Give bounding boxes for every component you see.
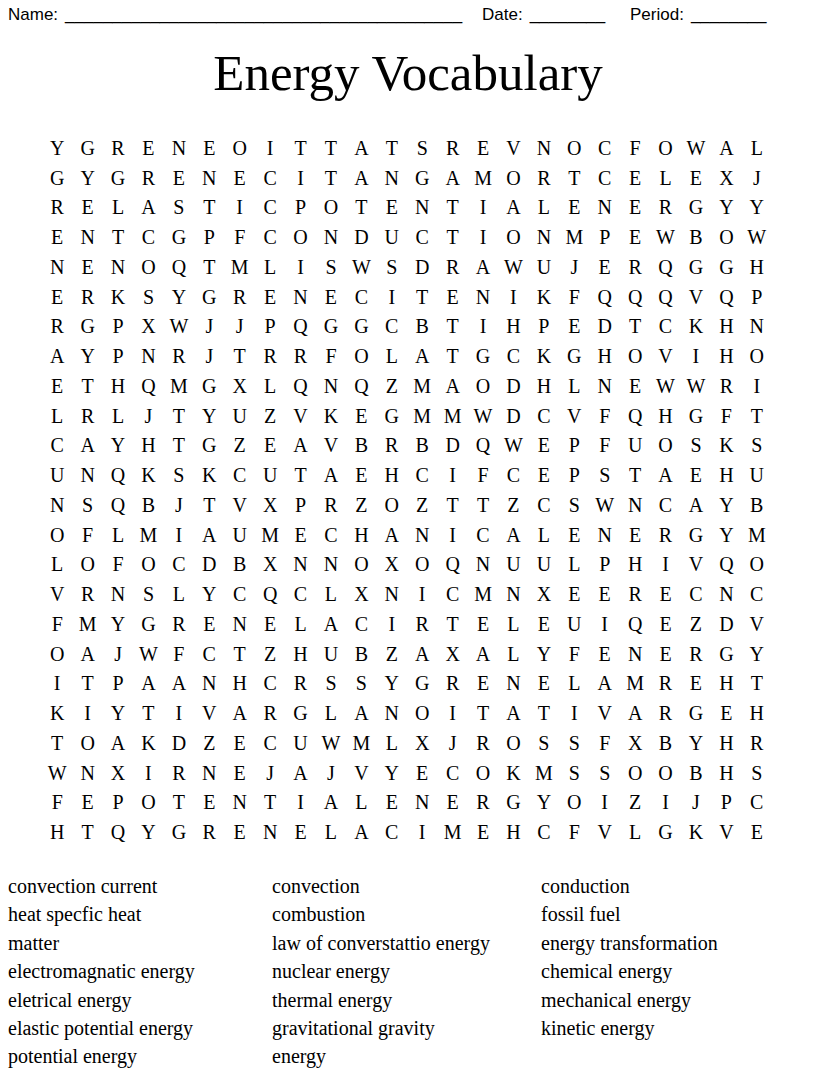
grid-cell: S — [346, 669, 376, 699]
grid-cell: G — [681, 698, 711, 728]
grid-cell: H — [711, 758, 741, 788]
grid-cell: H — [711, 341, 741, 371]
word-list-item: elastic potential energy — [8, 1014, 195, 1042]
grid-cell: E — [224, 758, 254, 788]
grid-cell: R — [620, 252, 650, 282]
grid-cell: I — [742, 371, 772, 401]
grid-cell: C — [742, 579, 772, 609]
grid-cell: E — [346, 460, 376, 490]
grid-cell: E — [559, 579, 589, 609]
grid-cell: P — [103, 788, 133, 818]
grid-cell: Q — [103, 490, 133, 520]
grid-cell: Y — [194, 579, 224, 609]
grid-cell: A — [164, 669, 194, 699]
grid-cell: L — [103, 193, 133, 223]
grid-cell: O — [42, 520, 72, 550]
grid-cell: C — [255, 669, 285, 699]
grid-cell: E — [681, 460, 711, 490]
grid-cell: M — [468, 579, 498, 609]
grid-cell: N — [103, 579, 133, 609]
grid-cell: F — [559, 282, 589, 312]
grid-cell: R — [437, 133, 467, 163]
grid-cell: K — [711, 431, 741, 461]
grid-cell: R — [437, 669, 467, 699]
grid-cell: E — [42, 371, 72, 401]
grid-cell: P — [711, 788, 741, 818]
grid-cell: C — [255, 193, 285, 223]
grid-cell: G — [72, 133, 102, 163]
grid-cell: G — [164, 817, 194, 847]
grid-cell: E — [346, 401, 376, 431]
grid-cell: C — [255, 728, 285, 758]
word-list-item: conduction — [541, 872, 718, 900]
word-list-item: fossil fuel — [541, 900, 718, 928]
grid-cell: A — [42, 341, 72, 371]
grid-cell: R — [377, 431, 407, 461]
grid-cell: Q — [103, 460, 133, 490]
grid-cell: N — [42, 252, 72, 282]
grid-cell: Y — [42, 133, 72, 163]
grid-cell: R — [650, 520, 680, 550]
grid-cell: L — [316, 579, 346, 609]
grid-cell: Q — [164, 252, 194, 282]
grid-cell: F — [103, 550, 133, 580]
grid-cell: V — [498, 133, 528, 163]
grid-cell: C — [407, 460, 437, 490]
grid-cell: K — [133, 460, 163, 490]
grid-cell: R — [164, 341, 194, 371]
grid-cell: T — [742, 669, 772, 699]
grid-cell: E — [468, 817, 498, 847]
grid-cell: Y — [103, 431, 133, 461]
grid-cell: A — [224, 698, 254, 728]
word-list-item: energy — [272, 1042, 490, 1070]
grid-cell: A — [72, 639, 102, 669]
grid-cell: Z — [255, 639, 285, 669]
grid-cell: A — [407, 341, 437, 371]
grid-cell: T — [437, 193, 467, 223]
grid-cell: A — [650, 460, 680, 490]
grid-cell: Q — [620, 401, 650, 431]
word-list-column-2: convectioncombustionlaw of converstattio… — [272, 872, 490, 1071]
grid-cell: I — [224, 193, 254, 223]
word-list-item: thermal energy — [272, 986, 490, 1014]
grid-cell: Y — [711, 193, 741, 223]
grid-cell: D — [194, 550, 224, 580]
grid-cell: J — [316, 758, 346, 788]
date-blank-line: ________ — [530, 5, 606, 24]
grid-cell: D — [498, 371, 528, 401]
grid-cell: S — [559, 728, 589, 758]
grid-cell: E — [255, 282, 285, 312]
grid-cell: P — [194, 222, 224, 252]
grid-cell: Q — [620, 282, 650, 312]
grid-cell: C — [529, 817, 559, 847]
grid-cell: G — [103, 163, 133, 193]
grid-cell: A — [498, 520, 528, 550]
grid-cell: N — [285, 282, 315, 312]
period-field: Period:________ — [630, 5, 767, 25]
grid-cell: U — [742, 460, 772, 490]
grid-cell: R — [194, 817, 224, 847]
grid-cell: M — [72, 609, 102, 639]
grid-cell: Q — [711, 282, 741, 312]
grid-cell: H — [42, 817, 72, 847]
grid-cell: L — [377, 341, 407, 371]
grid-cell: L — [42, 550, 72, 580]
grid-cell: E — [437, 788, 467, 818]
grid-cell: N — [589, 520, 619, 550]
grid-cell: K — [681, 312, 711, 342]
grid-cell: C — [468, 520, 498, 550]
grid-cell: E — [650, 639, 680, 669]
grid-cell: A — [377, 520, 407, 550]
grid-cell: V — [224, 490, 254, 520]
grid-cell: X — [529, 579, 559, 609]
grid-cell: E — [72, 252, 102, 282]
grid-cell: M — [742, 520, 772, 550]
grid-cell: O — [285, 222, 315, 252]
grid-cell: I — [255, 133, 285, 163]
name-label: Name: — [8, 5, 58, 24]
grid-cell: P — [103, 312, 133, 342]
grid-cell: I — [285, 252, 315, 282]
grid-cell: A — [346, 133, 376, 163]
grid-cell: K — [529, 341, 559, 371]
grid-cell: E — [164, 163, 194, 193]
grid-cell: Y — [529, 639, 559, 669]
grid-cell: Y — [681, 728, 711, 758]
grid-cell: T — [194, 193, 224, 223]
grid-cell: X — [711, 163, 741, 193]
grid-cell: M — [559, 222, 589, 252]
grid-cell: O — [742, 550, 772, 580]
grid-cell: T — [224, 639, 254, 669]
grid-cell: T — [437, 312, 467, 342]
grid-cell: C — [437, 758, 467, 788]
grid-cell: A — [194, 520, 224, 550]
grid-cell: I — [285, 788, 315, 818]
grid-cell: D — [437, 431, 467, 461]
word-list-item: gravitational gravity — [272, 1014, 490, 1042]
grid-cell: I — [589, 609, 619, 639]
grid-cell: D — [346, 222, 376, 252]
grid-cell: U — [224, 520, 254, 550]
grid-cell: V — [42, 579, 72, 609]
grid-cell: P — [589, 222, 619, 252]
grid-cell: V — [194, 698, 224, 728]
grid-cell: S — [529, 728, 559, 758]
grid-cell: F — [468, 460, 498, 490]
grid-cell: U — [377, 222, 407, 252]
grid-cell: C — [437, 579, 467, 609]
grid-cell: E — [437, 282, 467, 312]
grid-cell: S — [164, 193, 194, 223]
grid-cell: Z — [498, 490, 528, 520]
grid-cell: N — [711, 579, 741, 609]
grid-cell: E — [681, 669, 711, 699]
grid-cell: P — [742, 282, 772, 312]
grid-cell: A — [468, 639, 498, 669]
word-list-item: chemical energy — [541, 957, 718, 985]
grid-cell: V — [589, 698, 619, 728]
period-blank-line: ________ — [691, 5, 767, 24]
word-list-item: electromagnatic energy — [8, 957, 195, 985]
grid-cell: C — [407, 222, 437, 252]
grid-cell: S — [316, 252, 346, 282]
grid-cell: G — [42, 163, 72, 193]
grid-cell: N — [377, 579, 407, 609]
grid-cell: G — [346, 312, 376, 342]
grid-cell: T — [133, 698, 163, 728]
grid-cell: O — [650, 758, 680, 788]
grid-cell: I — [589, 788, 619, 818]
grid-cell: T — [72, 669, 102, 699]
grid-cell: E — [529, 669, 559, 699]
grid-cell: A — [72, 431, 102, 461]
grid-cell: H — [377, 460, 407, 490]
grid-cell: N — [194, 669, 224, 699]
grid-cell: Q — [711, 550, 741, 580]
grid-cell: C — [498, 460, 528, 490]
grid-cell: O — [498, 222, 528, 252]
grid-cell: C — [224, 460, 254, 490]
grid-cell: B — [133, 490, 163, 520]
grid-cell: T — [255, 788, 285, 818]
grid-cell: U — [529, 550, 559, 580]
grid-cell: Z — [224, 431, 254, 461]
grid-cell: N — [285, 550, 315, 580]
grid-cell: O — [72, 550, 102, 580]
grid-cell: Q — [437, 550, 467, 580]
grid-cell: Y — [742, 193, 772, 223]
grid-cell: H — [742, 252, 772, 282]
grid-cell: E — [377, 193, 407, 223]
grid-cell: G — [559, 341, 589, 371]
grid-cell: G — [650, 817, 680, 847]
word-search-grid: YGRENEOITTATSREVNOCFOWALGYGRENECITANGAMO… — [42, 133, 772, 847]
grid-cell: T — [437, 341, 467, 371]
grid-cell: S — [589, 460, 619, 490]
grid-cell: A — [620, 698, 650, 728]
grid-cell: E — [620, 222, 650, 252]
grid-cell: O — [407, 550, 437, 580]
grid-cell: L — [42, 401, 72, 431]
grid-cell: B — [346, 639, 376, 669]
grid-cell: N — [589, 371, 619, 401]
grid-cell: H — [285, 639, 315, 669]
grid-cell: J — [742, 163, 772, 193]
grid-cell: T — [194, 252, 224, 282]
grid-cell: O — [468, 758, 498, 788]
grid-cell: F — [72, 520, 102, 550]
grid-cell: W — [316, 728, 346, 758]
grid-cell: R — [407, 609, 437, 639]
grid-cell: Z — [407, 490, 437, 520]
grid-cell: P — [589, 550, 619, 580]
grid-cell: D — [711, 609, 741, 639]
grid-cell: C — [224, 579, 254, 609]
grid-cell: J — [224, 312, 254, 342]
grid-cell: T — [164, 788, 194, 818]
grid-cell: M — [346, 728, 376, 758]
grid-cell: N — [742, 312, 772, 342]
name-field: Name:___________________________________… — [8, 5, 462, 25]
grid-cell: F — [559, 639, 589, 669]
grid-cell: E — [194, 609, 224, 639]
grid-cell: P — [529, 312, 559, 342]
grid-cell: E — [255, 431, 285, 461]
grid-cell: Z — [377, 371, 407, 401]
grid-cell: G — [498, 788, 528, 818]
grid-cell: W — [42, 758, 72, 788]
grid-cell: C — [316, 520, 346, 550]
grid-cell: W — [468, 401, 498, 431]
grid-cell: O — [377, 490, 407, 520]
grid-cell: X — [255, 490, 285, 520]
word-list-item: matter — [8, 929, 195, 957]
grid-cell: R — [650, 669, 680, 699]
grid-cell: R — [103, 133, 133, 163]
word-list-item: nuclear energy — [272, 957, 490, 985]
grid-cell: L — [498, 609, 528, 639]
grid-cell: R — [711, 371, 741, 401]
grid-cell: I — [681, 341, 711, 371]
grid-cell: G — [711, 252, 741, 282]
grid-cell: Y — [711, 520, 741, 550]
grid-cell: C — [498, 341, 528, 371]
grid-cell: Z — [346, 490, 376, 520]
word-list-item: convection — [272, 872, 490, 900]
grid-cell: N — [72, 758, 102, 788]
grid-cell: N — [255, 817, 285, 847]
grid-cell: I — [437, 698, 467, 728]
grid-cell: K — [316, 401, 346, 431]
grid-cell: W — [133, 639, 163, 669]
grid-cell: C — [164, 550, 194, 580]
grid-cell: G — [681, 252, 711, 282]
grid-cell: Q — [285, 371, 315, 401]
grid-cell: X — [103, 758, 133, 788]
word-list-item: energy transformation — [541, 929, 718, 957]
grid-cell: N — [133, 341, 163, 371]
grid-cell: Y — [377, 758, 407, 788]
grid-cell: E — [224, 728, 254, 758]
grid-cell: G — [194, 371, 224, 401]
grid-cell: L — [559, 550, 589, 580]
grid-cell: R — [42, 312, 72, 342]
grid-cell: G — [681, 193, 711, 223]
grid-cell: X — [377, 550, 407, 580]
grid-cell: H — [650, 401, 680, 431]
grid-cell: O — [742, 341, 772, 371]
grid-cell: Q — [650, 282, 680, 312]
grid-cell: S — [742, 431, 772, 461]
grid-cell: P — [285, 193, 315, 223]
grid-cell: T — [620, 460, 650, 490]
grid-cell: H — [711, 460, 741, 490]
grid-cell: I — [437, 460, 467, 490]
grid-cell: V — [711, 817, 741, 847]
grid-cell: B — [407, 312, 437, 342]
grid-cell: O — [133, 252, 163, 282]
grid-cell: N — [72, 222, 102, 252]
grid-cell: P — [285, 490, 315, 520]
grid-cell: G — [194, 282, 224, 312]
grid-cell: E — [72, 788, 102, 818]
grid-cell: E — [42, 222, 72, 252]
grid-cell: C — [377, 817, 407, 847]
grid-cell: O — [346, 550, 376, 580]
grid-cell: S — [72, 490, 102, 520]
grid-cell: P — [559, 431, 589, 461]
grid-cell: O — [559, 133, 589, 163]
grid-cell: W — [164, 312, 194, 342]
grid-cell: S — [316, 669, 346, 699]
grid-cell: I — [164, 698, 194, 728]
date-label: Date: — [482, 5, 523, 24]
grid-cell: L — [164, 579, 194, 609]
grid-cell: H — [742, 698, 772, 728]
grid-cell: Y — [72, 163, 102, 193]
grid-cell: L — [346, 788, 376, 818]
grid-cell: A — [681, 490, 711, 520]
grid-cell: T — [437, 222, 467, 252]
grid-cell: W — [346, 252, 376, 282]
grid-cell: E — [194, 788, 224, 818]
grid-cell: O — [559, 788, 589, 818]
grid-cell: H — [498, 312, 528, 342]
grid-cell: P — [103, 669, 133, 699]
grid-cell: E — [620, 163, 650, 193]
grid-cell: W — [498, 252, 528, 282]
grid-cell: N — [620, 490, 650, 520]
grid-cell: L — [316, 817, 346, 847]
grid-cell: R — [620, 579, 650, 609]
grid-cell: I — [285, 163, 315, 193]
grid-cell: F — [559, 817, 589, 847]
grid-cell: V — [681, 282, 711, 312]
grid-cell: Y — [164, 282, 194, 312]
grid-cell: F — [589, 431, 619, 461]
grid-cell: Q — [650, 252, 680, 282]
grid-cell: L — [316, 698, 346, 728]
grid-cell: N — [224, 609, 254, 639]
grid-cell: Q — [285, 312, 315, 342]
grid-cell: R — [437, 252, 467, 282]
grid-cell: A — [133, 669, 163, 699]
grid-cell: T — [559, 163, 589, 193]
grid-cell: G — [681, 520, 711, 550]
grid-cell: F — [711, 401, 741, 431]
grid-cell: G — [377, 401, 407, 431]
grid-cell: L — [103, 401, 133, 431]
grid-cell: A — [346, 817, 376, 847]
grid-cell: E — [742, 817, 772, 847]
grid-cell: J — [255, 758, 285, 788]
grid-cell: O — [72, 728, 102, 758]
grid-cell: O — [498, 728, 528, 758]
grid-cell: R — [72, 282, 102, 312]
grid-cell: O — [133, 788, 163, 818]
grid-cell: A — [407, 639, 437, 669]
grid-cell: N — [377, 163, 407, 193]
grid-cell: M — [620, 669, 650, 699]
grid-cell: M — [437, 401, 467, 431]
grid-cell: E — [407, 758, 437, 788]
grid-cell: H — [224, 669, 254, 699]
grid-cell: G — [711, 639, 741, 669]
